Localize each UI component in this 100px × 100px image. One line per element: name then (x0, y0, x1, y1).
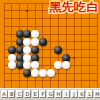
grid-vertical-line (81, 3, 82, 90)
puzzle-instruction: 黑先吃白 (49, 1, 99, 14)
black-stone-H7 (54, 46, 62, 54)
column-label-A: A (1, 90, 8, 98)
grid-horizontal-line (4, 18, 98, 19)
column-label-L: L (86, 90, 93, 98)
white-stone-G10 (47, 69, 55, 77)
column-label-J: J (71, 90, 78, 98)
white-stone-E9 (31, 61, 39, 69)
grid-vertical-line (97, 3, 98, 90)
grid-vertical-line (89, 3, 90, 90)
column-label-C: C (16, 90, 23, 98)
column-label-H: H (55, 90, 62, 98)
star-point (73, 57, 75, 59)
white-stone-I9 (62, 61, 70, 69)
grid-vertical-line (74, 3, 75, 90)
go-app-window: 黑先吃白 ABCDEFGHIJKLM (0, 0, 100, 100)
white-stone-B8 (8, 54, 16, 62)
column-label-B: B (8, 90, 15, 98)
black-stone-B7 (8, 46, 16, 54)
column-label-bar: ABCDEFGHIJKLM (0, 88, 100, 100)
column-label-D: D (24, 90, 31, 98)
grid-horizontal-line (4, 26, 98, 27)
white-stone-E5 (31, 30, 39, 38)
white-stone-E6 (31, 38, 39, 46)
column-label-I: I (63, 90, 70, 98)
column-label-K: K (78, 90, 85, 98)
column-label-M: M (94, 90, 100, 98)
column-label-G: G (47, 90, 54, 98)
grid-vertical-line (4, 3, 5, 90)
black-stone-I8 (62, 54, 70, 62)
white-stone-F10 (39, 69, 47, 77)
black-stone-E7 (31, 46, 39, 54)
column-label-F: F (39, 90, 46, 98)
grid-horizontal-line (4, 80, 98, 81)
grid-vertical-line (66, 3, 67, 90)
black-stone-E8 (31, 54, 39, 62)
white-stone-E10 (31, 69, 39, 77)
white-stone-B9 (8, 61, 16, 69)
column-label-E: E (32, 90, 39, 98)
black-stone-F6 (39, 38, 47, 46)
